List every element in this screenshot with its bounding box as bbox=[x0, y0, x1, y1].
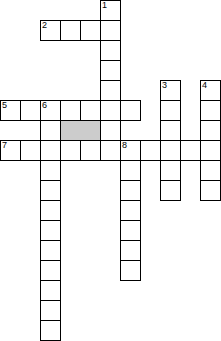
grid-cell[interactable] bbox=[120, 240, 141, 261]
grid-cell[interactable] bbox=[200, 100, 221, 121]
clue-number: 1 bbox=[102, 1, 107, 10]
grid-cell[interactable] bbox=[200, 140, 221, 161]
grid-cell[interactable] bbox=[100, 120, 121, 141]
grid-cell-num-4[interactable]: 4 bbox=[200, 80, 221, 101]
clue-number: 7 bbox=[2, 141, 7, 150]
grid-cell[interactable] bbox=[40, 140, 61, 161]
grid-cell-num-1[interactable]: 1 bbox=[100, 0, 121, 21]
grid-cell[interactable] bbox=[20, 140, 41, 161]
grid-cell-num-3[interactable]: 3 bbox=[160, 80, 181, 101]
crossword-grid: 12345678 bbox=[0, 0, 221, 341]
grid-cell[interactable] bbox=[40, 320, 61, 341]
grid-cell[interactable] bbox=[120, 180, 141, 201]
grid-cell[interactable] bbox=[100, 100, 121, 121]
grid-cell[interactable] bbox=[60, 140, 81, 161]
grid-cell[interactable] bbox=[100, 40, 121, 61]
grid-cell[interactable] bbox=[40, 240, 61, 261]
grid-cell[interactable] bbox=[160, 160, 181, 181]
grid-cell-num-8[interactable]: 8 bbox=[120, 140, 141, 161]
grid-cell[interactable] bbox=[160, 120, 181, 141]
clue-number: 6 bbox=[42, 101, 47, 110]
grid-cell[interactable] bbox=[40, 200, 61, 221]
grid-cell[interactable] bbox=[200, 120, 221, 141]
clue-number: 5 bbox=[2, 101, 7, 110]
grid-cell[interactable] bbox=[120, 100, 141, 121]
grid-cell[interactable] bbox=[60, 20, 81, 41]
clue-number: 8 bbox=[122, 141, 127, 150]
grid-cell-num-7[interactable]: 7 bbox=[0, 140, 21, 161]
grid-cell[interactable] bbox=[180, 140, 201, 161]
clue-number: 2 bbox=[42, 21, 47, 30]
grid-cell[interactable] bbox=[20, 100, 41, 121]
grid-cell[interactable] bbox=[40, 160, 61, 181]
grid-cell[interactable] bbox=[160, 140, 181, 161]
grid-cell[interactable] bbox=[100, 140, 121, 161]
clue-number: 3 bbox=[162, 81, 167, 90]
grid-cell[interactable] bbox=[40, 300, 61, 321]
grid-cell[interactable] bbox=[100, 80, 121, 101]
grid-cell-num-5[interactable]: 5 bbox=[0, 100, 21, 121]
grid-cell[interactable] bbox=[160, 180, 181, 201]
grid-cell[interactable] bbox=[40, 120, 61, 141]
grid-cell[interactable] bbox=[100, 60, 121, 81]
grid-cell[interactable] bbox=[80, 20, 101, 41]
grid-cell[interactable] bbox=[40, 280, 61, 301]
grid-cell[interactable] bbox=[60, 100, 81, 121]
crossword-page: 12345678 bbox=[0, 0, 221, 341]
grid-cell[interactable] bbox=[80, 140, 101, 161]
clue-number: 4 bbox=[202, 81, 207, 90]
grid-cell[interactable] bbox=[120, 260, 141, 281]
grid-cell[interactable] bbox=[80, 100, 101, 121]
grid-cell[interactable] bbox=[160, 100, 181, 121]
shaded-block bbox=[60, 120, 101, 141]
grid-cell[interactable] bbox=[40, 220, 61, 241]
grid-cell[interactable] bbox=[140, 140, 161, 161]
grid-cell[interactable] bbox=[40, 260, 61, 281]
grid-cell[interactable] bbox=[120, 200, 141, 221]
grid-cell[interactable] bbox=[200, 180, 221, 201]
grid-cell-num-6[interactable]: 6 bbox=[40, 100, 61, 121]
grid-cell[interactable] bbox=[120, 160, 141, 181]
grid-cell[interactable] bbox=[40, 180, 61, 201]
grid-cell[interactable] bbox=[100, 20, 121, 41]
grid-cell[interactable] bbox=[120, 220, 141, 241]
grid-cell-num-2[interactable]: 2 bbox=[40, 20, 61, 41]
grid-cell[interactable] bbox=[200, 160, 221, 181]
